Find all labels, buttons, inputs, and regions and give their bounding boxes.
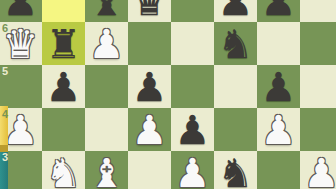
piece-black-pawn-d5[interactable]: ♟ [128, 66, 171, 109]
piece-black-pawn-e4[interactable]: ♟ [171, 109, 214, 152]
square-h5[interactable] [300, 65, 336, 108]
square-g4[interactable]: ♟ [257, 108, 300, 151]
square-d6[interactable] [128, 22, 171, 65]
square-c6[interactable]: ♟ [85, 22, 128, 65]
chess-board[interactable]: ♟♝♛♟♟6♛♜♟♞5♟♟♟4♟♟♟♟3♞♝♟♞♟ [0, 0, 336, 189]
square-b5[interactable]: ♟ [42, 65, 85, 108]
piece-black-knight-f6[interactable]: ♞ [214, 23, 257, 66]
piece-white-pawn-g4[interactable]: ♟ [257, 109, 300, 152]
piece-white-pawn-d4[interactable]: ♟ [128, 109, 171, 152]
square-d3[interactable] [128, 151, 171, 189]
piece-black-pawn-f7[interactable]: ♟ [214, 0, 257, 23]
square-e3[interactable]: ♟ [171, 151, 214, 189]
square-a5[interactable]: 5 [0, 65, 42, 108]
square-a7[interactable]: ♟ [0, 0, 42, 22]
square-h4[interactable] [300, 108, 336, 151]
square-e7[interactable] [171, 0, 214, 22]
square-b7[interactable] [42, 0, 85, 22]
piece-black-rook-b6[interactable]: ♜ [42, 23, 85, 66]
piece-black-queen-d7[interactable]: ♛ [128, 0, 171, 23]
square-d4[interactable]: ♟ [128, 108, 171, 151]
piece-white-knight-b3[interactable]: ♞ [42, 152, 85, 189]
square-c7[interactable]: ♝ [85, 0, 128, 22]
square-g3[interactable] [257, 151, 300, 189]
square-a6[interactable]: 6♛ [0, 22, 42, 65]
piece-black-bishop-c7[interactable]: ♝ [85, 0, 128, 23]
square-b4[interactable] [42, 108, 85, 151]
square-d7[interactable]: ♛ [128, 0, 171, 22]
square-d5[interactable]: ♟ [128, 65, 171, 108]
square-e6[interactable] [171, 22, 214, 65]
square-g6[interactable] [257, 22, 300, 65]
piece-black-pawn-b5[interactable]: ♟ [42, 66, 85, 109]
piece-white-bishop-c3[interactable]: ♝ [85, 152, 128, 189]
square-e5[interactable] [171, 65, 214, 108]
square-f7[interactable]: ♟ [214, 0, 257, 22]
rank-label-6: 6 [2, 23, 8, 34]
square-g7[interactable]: ♟ [257, 0, 300, 22]
square-g5[interactable]: ♟ [257, 65, 300, 108]
piece-black-knight-f3[interactable]: ♞ [214, 152, 257, 189]
piece-black-pawn-g5[interactable]: ♟ [257, 66, 300, 109]
square-b6[interactable]: ♜ [42, 22, 85, 65]
square-f5[interactable] [214, 65, 257, 108]
square-f3[interactable]: ♞ [214, 151, 257, 189]
square-c3[interactable]: ♝ [85, 151, 128, 189]
square-f4[interactable] [214, 108, 257, 151]
piece-white-pawn-c6[interactable]: ♟ [85, 23, 128, 66]
square-h6[interactable] [300, 22, 336, 65]
piece-black-pawn-g7[interactable]: ♟ [257, 0, 300, 23]
square-h3[interactable]: ♟ [300, 151, 336, 189]
piece-black-pawn-a7[interactable]: ♟ [0, 0, 42, 23]
piece-white-pawn-e3[interactable]: ♟ [171, 152, 214, 189]
rank-label-4: 4 [2, 109, 8, 120]
piece-white-pawn-h3[interactable]: ♟ [300, 152, 336, 189]
square-c5[interactable] [85, 65, 128, 108]
square-e4[interactable]: ♟ [171, 108, 214, 151]
rank-label-3: 3 [2, 152, 8, 163]
square-c4[interactable] [85, 108, 128, 151]
square-h7[interactable] [300, 0, 336, 22]
rank-label-5: 5 [2, 66, 8, 77]
square-b3[interactable]: ♞ [42, 151, 85, 189]
square-f6[interactable]: ♞ [214, 22, 257, 65]
